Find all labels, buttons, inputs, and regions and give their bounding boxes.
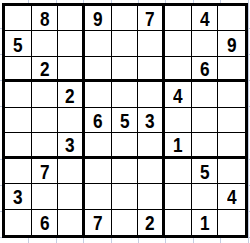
sudoku-cell-r5c4[interactable]: 6 — [85, 108, 112, 133]
given-digit: 6 — [40, 211, 50, 233]
sudoku-cell-r9c5[interactable] — [112, 210, 139, 235]
sudoku-cell-r4c7[interactable]: 4 — [165, 82, 192, 107]
sudoku-cell-r5c5[interactable]: 5 — [112, 108, 139, 133]
sudoku-cell-r7c2[interactable]: 7 — [32, 159, 59, 184]
sudoku-cell-r8c2[interactable] — [32, 184, 59, 209]
given-digit: 6 — [93, 109, 103, 131]
given-digit: 5 — [120, 109, 130, 131]
sudoku-cell-r9c7[interactable] — [165, 210, 192, 235]
sudoku-cell-r4c2[interactable] — [32, 82, 59, 107]
sudoku-cell-r6c8[interactable] — [192, 133, 219, 158]
given-digit: 9 — [227, 33, 237, 55]
sudoku-cell-r8c1[interactable]: 3 — [5, 184, 32, 209]
sudoku-cell-r7c8[interactable]: 5 — [192, 159, 219, 184]
sudoku-cell-r8c9[interactable]: 4 — [218, 184, 245, 209]
sudoku-cell-r9c1[interactable] — [5, 210, 32, 235]
sudoku-cell-r5c6[interactable]: 3 — [138, 108, 165, 133]
sudoku-cell-r6c7[interactable]: 1 — [165, 133, 192, 158]
sudoku-cell-r9c3[interactable] — [58, 210, 85, 235]
given-digit: 6 — [200, 57, 210, 79]
given-digit: 2 — [145, 211, 155, 233]
sudoku-cell-r4c9[interactable] — [218, 82, 245, 107]
sudoku-cell-r2c4[interactable] — [85, 31, 112, 56]
sudoku-cell-r1c6[interactable]: 7 — [138, 6, 165, 31]
sudoku-cell-r6c5[interactable] — [112, 133, 139, 158]
sudoku-cell-r2c9[interactable]: 9 — [218, 31, 245, 56]
given-digit: 3 — [65, 133, 75, 155]
sudoku-cell-r3c2[interactable]: 2 — [32, 57, 59, 82]
given-digit: 9 — [93, 7, 103, 29]
given-digit: 5 — [200, 160, 210, 182]
sudoku-cell-r9c2[interactable]: 6 — [32, 210, 59, 235]
given-digit: 4 — [200, 7, 210, 29]
sudoku-cell-r2c1[interactable]: 5 — [5, 31, 32, 56]
sudoku-cell-r4c4[interactable] — [85, 82, 112, 107]
sudoku-cell-r2c5[interactable] — [112, 31, 139, 56]
sudoku-cell-r9c8[interactable]: 1 — [192, 210, 219, 235]
given-digit: 4 — [173, 84, 183, 106]
given-digit: 7 — [40, 160, 50, 182]
given-digit: 3 — [13, 185, 23, 207]
sudoku-cell-r4c6[interactable] — [138, 82, 165, 107]
given-digit: 1 — [200, 211, 210, 233]
given-digit: 7 — [93, 211, 103, 233]
sudoku-cell-r1c9[interactable] — [218, 6, 245, 31]
sudoku-cell-r2c3[interactable] — [58, 31, 85, 56]
sudoku-cell-r4c8[interactable] — [192, 82, 219, 107]
sudoku-cell-r6c9[interactable] — [218, 133, 245, 158]
sudoku-cell-r1c3[interactable] — [58, 6, 85, 31]
sudoku-cell-r5c3[interactable] — [58, 108, 85, 133]
sudoku-cell-r9c6[interactable]: 2 — [138, 210, 165, 235]
sudoku-cell-r3c3[interactable] — [58, 57, 85, 82]
sudoku-cell-r1c1[interactable] — [5, 6, 32, 31]
sudoku-cell-r1c8[interactable]: 4 — [192, 6, 219, 31]
sudoku-cell-r8c7[interactable] — [165, 184, 192, 209]
sudoku-cell-r8c8[interactable] — [192, 184, 219, 209]
sudoku-cell-r4c5[interactable] — [112, 82, 139, 107]
sudoku-cell-r2c6[interactable] — [138, 31, 165, 56]
sudoku-cell-r6c3[interactable]: 3 — [58, 133, 85, 158]
given-digit: 5 — [13, 33, 23, 55]
sudoku-cell-r8c4[interactable] — [85, 184, 112, 209]
given-digit: 8 — [40, 7, 50, 29]
sudoku-cell-r9c4[interactable]: 7 — [85, 210, 112, 235]
given-digit: 2 — [40, 57, 50, 79]
sudoku-cell-r3c6[interactable] — [138, 57, 165, 82]
sudoku-cell-r2c2[interactable] — [32, 31, 59, 56]
given-digit: 7 — [145, 7, 155, 29]
sudoku-cell-r7c3[interactable] — [58, 159, 85, 184]
sudoku-cell-r1c2[interactable]: 8 — [32, 6, 59, 31]
sudoku-cell-r7c4[interactable] — [85, 159, 112, 184]
sudoku-board: 89745926246533175346721 — [2, 3, 248, 238]
sudoku-cell-r8c3[interactable] — [58, 184, 85, 209]
sudoku-cell-r8c6[interactable] — [138, 184, 165, 209]
sudoku-cell-r1c7[interactable] — [165, 6, 192, 31]
sudoku-cell-r3c1[interactable] — [5, 57, 32, 82]
sudoku-cell-r7c1[interactable] — [5, 159, 32, 184]
sudoku-screenshot: 89745926246533175346721 — [0, 0, 250, 243]
sudoku-cell-r7c5[interactable] — [112, 159, 139, 184]
sudoku-cell-r1c4[interactable]: 9 — [85, 6, 112, 31]
sudoku-cell-r6c6[interactable] — [138, 133, 165, 158]
sudoku-cell-r3c4[interactable] — [85, 57, 112, 82]
sudoku-cell-r5c8[interactable] — [192, 108, 219, 133]
sudoku-cell-r7c7[interactable] — [165, 159, 192, 184]
given-digit: 4 — [227, 185, 237, 207]
sudoku-cell-r8c5[interactable] — [112, 184, 139, 209]
sudoku-cell-r5c9[interactable] — [218, 108, 245, 133]
sudoku-cell-r1c5[interactable] — [112, 6, 139, 31]
sudoku-cell-r3c5[interactable] — [112, 57, 139, 82]
sudoku-cell-r5c2[interactable] — [32, 108, 59, 133]
sudoku-cell-r3c7[interactable] — [165, 57, 192, 82]
sudoku-cell-r4c1[interactable] — [5, 82, 32, 107]
sudoku-cell-r6c4[interactable] — [85, 133, 112, 158]
sudoku-cell-r6c2[interactable] — [32, 133, 59, 158]
given-digit: 2 — [65, 84, 75, 106]
sudoku-cell-r5c1[interactable] — [5, 108, 32, 133]
sudoku-cell-r7c6[interactable] — [138, 159, 165, 184]
sudoku-cell-r2c8[interactable] — [192, 31, 219, 56]
sudoku-cell-r3c8[interactable]: 6 — [192, 57, 219, 82]
sudoku-cell-r5c7[interactable] — [165, 108, 192, 133]
sudoku-cell-r2c7[interactable] — [165, 31, 192, 56]
sudoku-cell-r9c9[interactable] — [218, 210, 245, 235]
sudoku-cell-r3c9[interactable] — [218, 57, 245, 82]
sudoku-cell-r6c1[interactable] — [5, 133, 32, 158]
given-digit: 3 — [145, 109, 155, 131]
sudoku-cell-r4c3[interactable]: 2 — [58, 82, 85, 107]
given-digit: 1 — [173, 133, 183, 155]
sudoku-cell-r7c9[interactable] — [218, 159, 245, 184]
